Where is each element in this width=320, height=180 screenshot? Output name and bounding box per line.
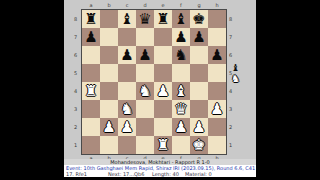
rank-label-4: 4 xyxy=(229,82,232,100)
square-e5[interactable] xyxy=(154,64,172,82)
square-c1[interactable] xyxy=(118,136,136,154)
square-g3[interactable] xyxy=(190,100,208,118)
square-g2[interactable]: ♟ xyxy=(190,118,208,136)
square-e1[interactable]: ♜ xyxy=(154,136,172,154)
file-label-h: h xyxy=(208,2,226,8)
square-b7[interactable] xyxy=(100,28,118,46)
square-b1[interactable] xyxy=(100,136,118,154)
file-label-b: b xyxy=(100,2,118,8)
square-d7[interactable] xyxy=(136,28,154,46)
square-b2[interactable]: ♟ xyxy=(100,118,118,136)
black-pawn: ♟ xyxy=(210,46,223,64)
file-label-d: d xyxy=(136,2,154,8)
square-a4[interactable]: ♜ xyxy=(82,82,100,100)
bottom-letterbox xyxy=(64,177,256,180)
white-bishop: ♝ xyxy=(174,82,187,100)
square-f5[interactable] xyxy=(172,64,190,82)
square-g6[interactable] xyxy=(190,46,208,64)
square-e6[interactable] xyxy=(154,46,172,64)
black-pawn: ♟ xyxy=(192,28,205,46)
square-b8[interactable] xyxy=(100,10,118,28)
video-frame: abcdefgh abcdefgh 87654321 87654321 ♜♝♛♜… xyxy=(0,0,320,180)
square-e4[interactable]: ♟ xyxy=(154,82,172,100)
white-knight: ♞ xyxy=(120,100,133,118)
rank-label-7: 7 xyxy=(74,28,77,46)
square-e2[interactable] xyxy=(154,118,172,136)
square-d5[interactable] xyxy=(136,64,154,82)
white-pawn: ♟ xyxy=(120,118,133,136)
square-h3[interactable]: ♟ xyxy=(208,100,226,118)
black-bishop: ♝ xyxy=(174,10,187,28)
content-area: abcdefgh abcdefgh 87654321 87654321 ♜♝♛♜… xyxy=(64,0,256,180)
square-d6[interactable]: ♟ xyxy=(136,46,154,64)
square-c4[interactable] xyxy=(118,82,136,100)
material-panel: ♝ ♞ xyxy=(231,62,240,84)
square-d8[interactable]: ♛ xyxy=(136,10,154,28)
square-a1[interactable] xyxy=(82,136,100,154)
white-knight: ♞ xyxy=(138,82,151,100)
white-queen: ♛ xyxy=(174,100,187,118)
square-b3[interactable] xyxy=(100,100,118,118)
file-label-e: e xyxy=(154,2,172,8)
square-g1[interactable]: ♚ xyxy=(190,136,208,154)
rank-label-3: 3 xyxy=(74,100,77,118)
square-c7[interactable] xyxy=(118,28,136,46)
square-c8[interactable]: ♝ xyxy=(118,10,136,28)
square-h1[interactable] xyxy=(208,136,226,154)
black-queen: ♛ xyxy=(138,10,151,28)
rank-label-1: 1 xyxy=(74,136,77,154)
square-f6[interactable]: ♞ xyxy=(172,46,190,64)
rank-labels-left: 87654321 xyxy=(74,10,77,154)
square-b6[interactable] xyxy=(100,46,118,64)
rank-label-3: 3 xyxy=(229,100,232,118)
square-h7[interactable] xyxy=(208,28,226,46)
black-pawn: ♟ xyxy=(138,46,151,64)
square-h6[interactable]: ♟ xyxy=(208,46,226,64)
square-e7[interactable] xyxy=(154,28,172,46)
square-c6[interactable]: ♟ xyxy=(118,46,136,64)
white-rook: ♜ xyxy=(84,82,97,100)
square-d2[interactable] xyxy=(136,118,154,136)
square-a3[interactable] xyxy=(82,100,100,118)
rank-label-8: 8 xyxy=(229,10,232,28)
square-h2[interactable] xyxy=(208,118,226,136)
black-pawn: ♟ xyxy=(120,46,133,64)
square-e3[interactable] xyxy=(154,100,172,118)
square-c2[interactable]: ♟ xyxy=(118,118,136,136)
square-b5[interactable] xyxy=(100,64,118,82)
square-g8[interactable]: ♚ xyxy=(190,10,208,28)
square-g4[interactable] xyxy=(190,82,208,100)
rank-label-2: 2 xyxy=(229,118,232,136)
file-label-g: g xyxy=(190,2,208,8)
square-d4[interactable]: ♞ xyxy=(136,82,154,100)
white-rook: ♜ xyxy=(156,136,169,154)
square-a2[interactable] xyxy=(82,118,100,136)
square-d3[interactable] xyxy=(136,100,154,118)
square-a7[interactable]: ♟ xyxy=(82,28,100,46)
rank-label-7: 7 xyxy=(229,28,232,46)
square-h4[interactable] xyxy=(208,82,226,100)
black-pawn: ♟ xyxy=(84,28,97,46)
caption-panel: Mohandesova, Mokhtari - Rapport R 1-0 Ev… xyxy=(64,159,256,177)
rank-label-1: 1 xyxy=(229,136,232,154)
white-knight-icon: ♞ xyxy=(231,73,240,84)
file-label-a: a xyxy=(82,2,100,8)
square-d1[interactable] xyxy=(136,136,154,154)
black-king: ♚ xyxy=(192,10,205,28)
game-header: Mohandesova, Mokhtari - Rapport R 1-0 xyxy=(64,159,256,165)
square-f3[interactable]: ♛ xyxy=(172,100,190,118)
square-f2[interactable]: ♟ xyxy=(172,118,190,136)
square-a5[interactable] xyxy=(82,64,100,82)
square-g7[interactable]: ♟ xyxy=(190,28,208,46)
black-bishop-icon: ♝ xyxy=(231,62,240,73)
square-f7[interactable]: ♟ xyxy=(172,28,190,46)
square-g5[interactable] xyxy=(190,64,208,82)
board-frame: abcdefgh abcdefgh 87654321 87654321 ♜♝♛♜… xyxy=(64,0,256,159)
black-rook: ♜ xyxy=(156,10,169,28)
black-pawn: ♟ xyxy=(174,28,187,46)
square-f4[interactable]: ♝ xyxy=(172,82,190,100)
square-a6[interactable] xyxy=(82,46,100,64)
white-pawn: ♟ xyxy=(192,118,205,136)
rank-label-5: 5 xyxy=(74,64,77,82)
white-pawn: ♟ xyxy=(156,82,169,100)
black-bishop: ♝ xyxy=(120,10,133,28)
white-pawn: ♟ xyxy=(102,118,115,136)
square-b4[interactable] xyxy=(100,82,118,100)
square-h8[interactable] xyxy=(208,10,226,28)
file-label-f: f xyxy=(172,2,190,8)
black-knight: ♞ xyxy=(174,46,187,64)
file-labels-top: abcdefgh xyxy=(82,2,226,8)
white-pawn: ♟ xyxy=(174,118,187,136)
square-e8[interactable]: ♜ xyxy=(154,10,172,28)
white-king: ♚ xyxy=(192,136,205,154)
rank-label-6: 6 xyxy=(74,46,77,64)
square-c5[interactable] xyxy=(118,64,136,82)
chess-board: ♜♝♛♜♝♚♟♟♟♟♟♞♟♜♞♟♝♞♛♟♟♟♟♟♜♚ xyxy=(81,9,227,155)
white-pawn: ♟ xyxy=(210,100,223,118)
square-h5[interactable] xyxy=(208,64,226,82)
rank-label-8: 8 xyxy=(74,10,77,28)
rank-label-2: 2 xyxy=(74,118,77,136)
square-a8[interactable]: ♜ xyxy=(82,10,100,28)
black-rook: ♜ xyxy=(84,10,97,28)
file-label-c: c xyxy=(118,2,136,8)
square-f1[interactable] xyxy=(172,136,190,154)
square-f8[interactable]: ♝ xyxy=(172,10,190,28)
rank-label-4: 4 xyxy=(74,82,77,100)
square-c3[interactable]: ♞ xyxy=(118,100,136,118)
